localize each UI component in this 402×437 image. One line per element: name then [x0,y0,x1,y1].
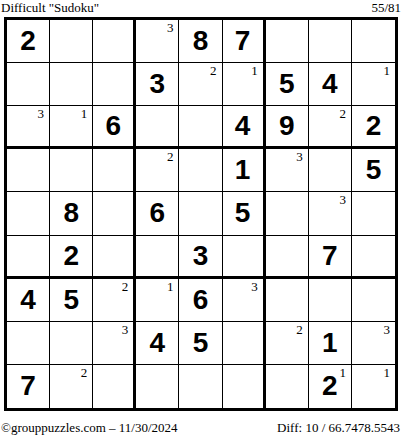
difficulty-text: Diff: 10 / 66.7478.5543 [277,420,400,435]
sudoku-cell-r2c9[interactable]: 1 [352,63,395,106]
sudoku-cell-r6c6[interactable] [223,236,266,279]
given-digit: 3 [136,63,178,105]
sudoku-cell-r4c7[interactable]: 3 [266,149,309,192]
sudoku-cell-r3c2[interactable]: 1 [50,106,93,149]
sudoku-cell-r3c8[interactable]: 2 [309,106,352,149]
sudoku-cell-r9c6[interactable] [223,365,266,408]
pencil-mark: 3 [251,280,258,293]
sudoku-cell-r4c5[interactable] [179,149,222,192]
pencil-mark: 1 [167,280,174,293]
pencil-mark: 2 [210,64,217,77]
sudoku-cell-r1c2[interactable] [50,20,93,63]
sudoku-cell-r3c4[interactable] [136,106,179,149]
sudoku-cell-r1c4[interactable]: 3 [136,20,179,63]
given-digit: 4 [309,63,351,105]
given-digit: 7 [309,236,351,276]
sudoku-page: Difficult "Sudoku" 55/81 238732154131649… [0,0,402,437]
sudoku-cell-r2c2[interactable] [50,63,93,106]
sudoku-cell-r9c3[interactable] [93,365,136,408]
sudoku-cell-r4c1[interactable] [7,149,50,192]
pencil-mark: 2 [339,107,346,120]
sudoku-cell-r6c8[interactable]: 7 [309,236,352,279]
pencil-mark: 2 [296,323,303,336]
given-digit: 5 [352,149,395,191]
sudoku-cell-r6c4[interactable] [136,236,179,279]
sudoku-cell-r5c8[interactable]: 3 [309,192,352,235]
sudoku-cell-r2c7[interactable]: 5 [266,63,309,106]
sudoku-cell-r2c5[interactable]: 2 [179,63,222,106]
sudoku-cell-r5c1[interactable] [7,192,50,235]
sudoku-cell-r4c3[interactable] [93,149,136,192]
sudoku-cell-r2c8[interactable]: 4 [309,63,352,106]
pencil-mark: 2 [167,150,174,163]
pencil-mark: 2 [122,280,129,293]
header: Difficult "Sudoku" 55/81 [0,0,402,17]
pencil-mark: 1 [251,64,258,77]
sudoku-cell-r7c1[interactable]: 4 [7,279,50,322]
given-digit: 6 [93,106,133,146]
sudoku-cell-r2c4[interactable]: 3 [136,63,179,106]
given-digit: 5 [223,192,263,234]
sudoku-cell-r4c8[interactable] [309,149,352,192]
given-digit: 7 [7,365,49,408]
given-digit: 4 [136,322,178,364]
pencil-mark: 1 [383,64,390,77]
given-digit: 2 [7,20,49,62]
sudoku-cell-r9c7[interactable] [266,365,309,408]
sudoku-cell-r5c6[interactable]: 5 [223,192,266,235]
sudoku-cell-r5c7[interactable] [266,192,309,235]
sudoku-cell-r7c3[interactable]: 2 [93,279,136,322]
given-digit: 8 [179,20,221,62]
sudoku-cell-r1c3[interactable] [93,20,136,63]
given-digit: 7 [223,20,263,62]
sudoku-cell-r7c9[interactable] [352,279,395,322]
given-digit: 6 [179,279,221,321]
sudoku-cell-r8c3[interactable]: 3 [93,322,136,365]
sudoku-cell-r6c1[interactable] [7,236,50,279]
given-digit: 4 [7,279,49,321]
sudoku-cell-r9c9[interactable]: 1 [352,365,395,408]
sudoku-cell-r6c7[interactable] [266,236,309,279]
sudoku-cell-r8c2[interactable] [50,322,93,365]
sudoku-cell-r1c8[interactable] [309,20,352,63]
sudoku-cell-r3c7[interactable]: 9 [266,106,309,149]
sudoku-cell-r5c4[interactable]: 6 [136,192,179,235]
sudoku-cell-r7c5[interactable]: 6 [179,279,222,322]
pencil-mark: 1 [81,107,88,120]
sudoku-cell-r2c6[interactable]: 1 [223,63,266,106]
pencil-mark: 2 [81,366,88,379]
sudoku-cell-r9c1[interactable]: 7 [7,365,50,408]
sudoku-cell-r2c3[interactable] [93,63,136,106]
given-digit: 5 [50,279,92,321]
sudoku-cell-r3c5[interactable] [179,106,222,149]
sudoku-cell-r8c8[interactable]: 1 [309,322,352,365]
given-digit: 3 [179,236,221,276]
given-digit: 2 [50,236,92,276]
sudoku-cell-r9c8[interactable]: 21 [309,365,352,408]
sudoku-cell-r6c5[interactable]: 3 [179,236,222,279]
sudoku-cell-r3c3[interactable]: 6 [93,106,136,149]
footer: ©grouppuzzles.com – 11/30/2024 Diff: 10 … [0,420,402,435]
sudoku-cell-r7c2[interactable]: 5 [50,279,93,322]
sudoku-cell-r1c5[interactable]: 8 [179,20,222,63]
puzzle-title: Difficult "Sudoku" [1,1,99,15]
sudoku-cell-r8c6[interactable] [223,322,266,365]
sudoku-cell-r8c7[interactable]: 2 [266,322,309,365]
sudoku-cell-r5c9[interactable] [352,192,395,235]
sudoku-cell-r1c6[interactable]: 7 [223,20,266,63]
sudoku-cell-r5c2[interactable]: 8 [50,192,93,235]
pencil-mark: 3 [296,150,303,163]
pencil-mark: 1 [383,366,390,379]
sudoku-cell-r6c9[interactable] [352,236,395,279]
progress-counter: 55/81 [371,1,401,15]
given-digit: 1 [309,322,351,364]
copyright-text: ©grouppuzzles.com – 11/30/2024 [1,420,178,435]
sudoku-cell-r3c9[interactable]: 2 [352,106,395,149]
sudoku-cell-r4c9[interactable]: 5 [352,149,395,192]
sudoku-cell-r4c4[interactable]: 2 [136,149,179,192]
sudoku-cell-r3c6[interactable]: 4 [223,106,266,149]
sudoku-cell-r7c8[interactable] [309,279,352,322]
sudoku-cell-r4c6[interactable]: 1 [223,149,266,192]
sudoku-grid: 2387321541316492221358653237452163345213… [4,17,398,411]
given-digit: 1 [223,149,263,191]
sudoku-cell-r2c1[interactable] [7,63,50,106]
sudoku-cell-r8c9[interactable]: 3 [352,322,395,365]
pencil-mark: 3 [383,323,390,336]
sudoku-cell-r5c5[interactable] [179,192,222,235]
sudoku-cell-r1c1[interactable]: 2 [7,20,50,63]
given-digit: 8 [50,192,92,234]
sudoku-cell-r9c5[interactable] [179,365,222,408]
sudoku-cell-r1c7[interactable] [266,20,309,63]
sudoku-cell-r3c1[interactable]: 3 [7,106,50,149]
sudoku-cell-r4c2[interactable] [50,149,93,192]
sudoku-cell-r5c3[interactable] [93,192,136,235]
sudoku-cell-r6c2[interactable]: 2 [50,236,93,279]
sudoku-cell-r7c4[interactable]: 1 [136,279,179,322]
sudoku-cell-r8c5[interactable]: 5 [179,322,222,365]
sudoku-cell-r9c4[interactable] [136,365,179,408]
given-digit: 9 [266,106,308,146]
given-digit: 4 [223,106,263,146]
pencil-mark: 1 [339,366,346,379]
given-digit: 2 [352,106,395,146]
sudoku-cell-r9c2[interactable]: 2 [50,365,93,408]
pencil-mark: 3 [167,21,174,34]
sudoku-cell-r7c7[interactable] [266,279,309,322]
sudoku-cell-r8c1[interactable] [7,322,50,365]
given-digit: 6 [136,192,178,234]
given-digit: 5 [179,322,221,364]
given-digit: 5 [266,63,308,105]
pencil-mark: 3 [339,193,346,206]
sudoku-cell-r8c4[interactable]: 4 [136,322,179,365]
sudoku-cell-r7c6[interactable]: 3 [223,279,266,322]
pencil-mark: 3 [38,107,45,120]
sudoku-cell-r6c3[interactable] [93,236,136,279]
sudoku-cell-r1c9[interactable] [352,20,395,63]
pencil-mark: 3 [122,323,129,336]
